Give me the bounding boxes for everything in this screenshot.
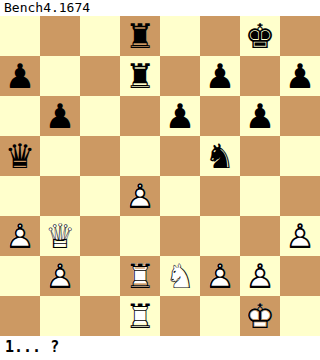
- square-c3[interactable]: [80, 216, 120, 256]
- square-d5[interactable]: [120, 136, 160, 176]
- piece-white-pawn: ♙: [120, 176, 160, 216]
- piece-black-knight: ♞: [200, 136, 240, 176]
- square-a5[interactable]: ♛: [0, 136, 40, 176]
- piece-white-queen-fill: ♛: [40, 216, 80, 256]
- piece-white-rook: ♖: [120, 256, 160, 296]
- square-d6[interactable]: [120, 96, 160, 136]
- square-h5[interactable]: [280, 136, 320, 176]
- square-h6[interactable]: [280, 96, 320, 136]
- piece-black-rook: ♜: [120, 16, 160, 56]
- square-b5[interactable]: [40, 136, 80, 176]
- square-g6[interactable]: ♟: [240, 96, 280, 136]
- square-e7[interactable]: [160, 56, 200, 96]
- square-f8[interactable]: [200, 16, 240, 56]
- piece-white-pawn-fill: ♟: [240, 256, 280, 296]
- move-prompt: 1... ?: [0, 336, 320, 360]
- square-c5[interactable]: [80, 136, 120, 176]
- piece-white-rook: ♖: [120, 296, 160, 336]
- piece-black-pawn: ♟: [240, 96, 280, 136]
- square-e5[interactable]: [160, 136, 200, 176]
- square-c2[interactable]: [80, 256, 120, 296]
- piece-white-pawn: ♙: [0, 216, 40, 256]
- square-c8[interactable]: [80, 16, 120, 56]
- square-g8[interactable]: ♚: [240, 16, 280, 56]
- piece-white-pawn-fill: ♟: [280, 216, 320, 256]
- piece-white-pawn-fill: ♟: [0, 216, 40, 256]
- square-h2[interactable]: [280, 256, 320, 296]
- square-e3[interactable]: [160, 216, 200, 256]
- piece-black-pawn: ♟: [200, 56, 240, 96]
- piece-white-pawn: ♙: [200, 256, 240, 296]
- square-d7[interactable]: ♜: [120, 56, 160, 96]
- piece-black-queen: ♛: [0, 136, 40, 176]
- square-g7[interactable]: [240, 56, 280, 96]
- square-c1[interactable]: [80, 296, 120, 336]
- piece-black-pawn: ♟: [0, 56, 40, 96]
- square-b3[interactable]: ♛♕: [40, 216, 80, 256]
- piece-black-rook: ♜: [120, 56, 160, 96]
- square-g4[interactable]: [240, 176, 280, 216]
- square-f5[interactable]: ♞: [200, 136, 240, 176]
- square-g2[interactable]: ♟♙: [240, 256, 280, 296]
- piece-white-pawn: ♙: [240, 256, 280, 296]
- diagram-title: Bench4.1674: [0, 0, 320, 16]
- piece-white-queen: ♕: [40, 216, 80, 256]
- square-b4[interactable]: [40, 176, 80, 216]
- piece-black-king: ♚: [240, 16, 280, 56]
- square-e2[interactable]: ♞♘: [160, 256, 200, 296]
- piece-white-pawn-fill: ♟: [120, 176, 160, 216]
- square-g3[interactable]: [240, 216, 280, 256]
- square-a7[interactable]: ♟: [0, 56, 40, 96]
- piece-white-pawn: ♙: [40, 256, 80, 296]
- square-e8[interactable]: [160, 16, 200, 56]
- square-d4[interactable]: ♟♙: [120, 176, 160, 216]
- piece-white-rook-fill: ♜: [120, 256, 160, 296]
- square-e4[interactable]: [160, 176, 200, 216]
- square-f6[interactable]: [200, 96, 240, 136]
- square-d1[interactable]: ♜♖: [120, 296, 160, 336]
- square-c4[interactable]: [80, 176, 120, 216]
- square-h1[interactable]: [280, 296, 320, 336]
- piece-white-rook-fill: ♜: [120, 296, 160, 336]
- square-c7[interactable]: [80, 56, 120, 96]
- square-a1[interactable]: [0, 296, 40, 336]
- square-b7[interactable]: [40, 56, 80, 96]
- square-b8[interactable]: [40, 16, 80, 56]
- square-h7[interactable]: ♟: [280, 56, 320, 96]
- square-f3[interactable]: [200, 216, 240, 256]
- piece-black-pawn: ♟: [160, 96, 200, 136]
- square-a6[interactable]: [0, 96, 40, 136]
- square-b2[interactable]: ♟♙: [40, 256, 80, 296]
- square-d3[interactable]: [120, 216, 160, 256]
- square-f1[interactable]: [200, 296, 240, 336]
- square-d2[interactable]: ♜♖: [120, 256, 160, 296]
- square-b6[interactable]: ♟: [40, 96, 80, 136]
- square-d8[interactable]: ♜: [120, 16, 160, 56]
- square-g5[interactable]: [240, 136, 280, 176]
- piece-white-knight: ♘: [160, 256, 200, 296]
- square-h3[interactable]: ♟♙: [280, 216, 320, 256]
- square-a3[interactable]: ♟♙: [0, 216, 40, 256]
- square-h8[interactable]: [280, 16, 320, 56]
- chess-board: ♜♚♟♜♟♟♟♟♟♛♞♟♙♟♙♛♕♟♙♟♙♜♖♞♘♟♙♟♙♜♖♚♔: [0, 16, 320, 336]
- piece-white-knight-fill: ♞: [160, 256, 200, 296]
- square-c6[interactable]: [80, 96, 120, 136]
- square-g1[interactable]: ♚♔: [240, 296, 280, 336]
- square-f7[interactable]: ♟: [200, 56, 240, 96]
- square-f4[interactable]: [200, 176, 240, 216]
- piece-white-pawn-fill: ♟: [40, 256, 80, 296]
- square-a8[interactable]: [0, 16, 40, 56]
- piece-white-pawn-fill: ♟: [200, 256, 240, 296]
- square-f2[interactable]: ♟♙: [200, 256, 240, 296]
- square-h4[interactable]: [280, 176, 320, 216]
- square-e6[interactable]: ♟: [160, 96, 200, 136]
- square-a4[interactable]: [0, 176, 40, 216]
- piece-white-pawn: ♙: [280, 216, 320, 256]
- piece-black-pawn: ♟: [280, 56, 320, 96]
- square-b1[interactable]: [40, 296, 80, 336]
- piece-black-pawn: ♟: [40, 96, 80, 136]
- piece-white-king: ♔: [240, 296, 280, 336]
- piece-white-king-fill: ♚: [240, 296, 280, 336]
- square-a2[interactable]: [0, 256, 40, 296]
- square-e1[interactable]: [160, 296, 200, 336]
